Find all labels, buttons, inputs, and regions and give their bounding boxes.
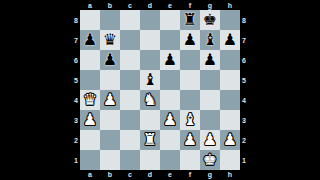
square-a2[interactable] — [80, 130, 100, 150]
file-label-g: g — [200, 1, 220, 10]
square-f1[interactable] — [180, 150, 200, 170]
white-pawn: ♟ — [183, 130, 197, 150]
square-f4[interactable] — [180, 90, 200, 110]
rank-label-4: 4 — [240, 90, 248, 110]
square-b7[interactable]: ♛ — [100, 30, 120, 50]
square-h8[interactable] — [220, 10, 240, 30]
square-e2[interactable] — [160, 130, 180, 150]
square-c7[interactable] — [120, 30, 140, 50]
square-e4[interactable] — [160, 90, 180, 110]
square-b4[interactable]: ♟ — [100, 90, 120, 110]
square-a1[interactable] — [80, 150, 100, 170]
square-f6[interactable] — [180, 50, 200, 70]
board-frame-corner — [240, 1, 248, 10]
file-label-h: h — [220, 1, 240, 10]
file-label-c: c — [120, 1, 140, 10]
board-frame-corner — [240, 170, 248, 179]
black-pawn: ♟ — [103, 50, 117, 70]
square-e5[interactable] — [160, 70, 180, 90]
rank-label-2: 2 — [240, 130, 248, 150]
white-king: ♚ — [203, 150, 217, 170]
file-label-a: a — [80, 170, 100, 179]
rank-label-6: 6 — [240, 50, 248, 70]
file-label-d: d — [140, 170, 160, 179]
black-rook: ♜ — [183, 10, 197, 30]
square-d2[interactable]: ♜ — [140, 130, 160, 150]
white-rook: ♜ — [143, 130, 157, 150]
square-d8[interactable] — [140, 10, 160, 30]
black-queen: ♛ — [103, 30, 117, 50]
square-h1[interactable] — [220, 150, 240, 170]
square-e8[interactable] — [160, 10, 180, 30]
board-frame-corner — [72, 1, 80, 10]
square-d5[interactable]: ♝ — [140, 70, 160, 90]
file-label-f: f — [180, 170, 200, 179]
square-e7[interactable] — [160, 30, 180, 50]
square-a6[interactable] — [80, 50, 100, 70]
square-h7[interactable]: ♟ — [220, 30, 240, 50]
white-bishop: ♝ — [183, 110, 197, 130]
square-c3[interactable] — [120, 110, 140, 130]
square-b5[interactable] — [100, 70, 120, 90]
white-knight: ♞ — [143, 90, 157, 110]
rank-label-3: 3 — [72, 110, 80, 130]
rank-label-5: 5 — [240, 70, 248, 90]
square-b6[interactable]: ♟ — [100, 50, 120, 70]
rank-label-6: 6 — [72, 50, 80, 70]
chess-board: abcdefgh8♜♚87♟♛♟♝♟76♟♟♟65♝54♛♟♞43♟♟♝32♜♟… — [72, 1, 248, 179]
rank-label-2: 2 — [72, 130, 80, 150]
rank-label-7: 7 — [240, 30, 248, 50]
black-bishop: ♝ — [203, 30, 217, 50]
black-pawn: ♟ — [203, 50, 217, 70]
file-label-f: f — [180, 1, 200, 10]
white-pawn: ♟ — [103, 90, 117, 110]
square-c2[interactable] — [120, 130, 140, 150]
square-g8[interactable]: ♚ — [200, 10, 220, 30]
file-label-b: b — [100, 1, 120, 10]
file-label-c: c — [120, 170, 140, 179]
square-g6[interactable]: ♟ — [200, 50, 220, 70]
black-bishop: ♝ — [143, 70, 157, 90]
white-queen: ♛ — [83, 90, 97, 110]
square-a5[interactable] — [80, 70, 100, 90]
rank-label-8: 8 — [240, 10, 248, 30]
square-g2[interactable]: ♟ — [200, 130, 220, 150]
file-label-d: d — [140, 1, 160, 10]
square-g3[interactable] — [200, 110, 220, 130]
square-e3[interactable]: ♟ — [160, 110, 180, 130]
square-c4[interactable] — [120, 90, 140, 110]
square-f5[interactable] — [180, 70, 200, 90]
square-f3[interactable]: ♝ — [180, 110, 200, 130]
rank-label-4: 4 — [72, 90, 80, 110]
rank-label-5: 5 — [72, 70, 80, 90]
rank-label-8: 8 — [72, 10, 80, 30]
square-h5[interactable] — [220, 70, 240, 90]
square-d1[interactable] — [140, 150, 160, 170]
square-b1[interactable] — [100, 150, 120, 170]
square-a7[interactable]: ♟ — [80, 30, 100, 50]
rank-label-7: 7 — [72, 30, 80, 50]
black-king: ♚ — [203, 10, 217, 30]
square-d3[interactable] — [140, 110, 160, 130]
rank-label-1: 1 — [72, 150, 80, 170]
black-pawn: ♟ — [163, 50, 177, 70]
file-label-e: e — [160, 170, 180, 179]
square-a4[interactable]: ♛ — [80, 90, 100, 110]
square-e1[interactable] — [160, 150, 180, 170]
black-pawn: ♟ — [83, 30, 97, 50]
rank-label-3: 3 — [240, 110, 248, 130]
square-e6[interactable]: ♟ — [160, 50, 180, 70]
black-pawn: ♟ — [183, 30, 197, 50]
file-label-b: b — [100, 170, 120, 179]
square-b8[interactable] — [100, 10, 120, 30]
square-h2[interactable]: ♟ — [220, 130, 240, 150]
square-g5[interactable] — [200, 70, 220, 90]
square-a3[interactable]: ♟ — [80, 110, 100, 130]
square-f8[interactable]: ♜ — [180, 10, 200, 30]
square-g4[interactable] — [200, 90, 220, 110]
square-d4[interactable]: ♞ — [140, 90, 160, 110]
square-d7[interactable] — [140, 30, 160, 50]
square-c5[interactable] — [120, 70, 140, 90]
file-label-e: e — [160, 1, 180, 10]
square-b3[interactable] — [100, 110, 120, 130]
board-frame-corner — [72, 170, 80, 179]
rank-label-1: 1 — [240, 150, 248, 170]
square-g1[interactable]: ♚ — [200, 150, 220, 170]
square-a8[interactable] — [80, 10, 100, 30]
white-pawn: ♟ — [83, 110, 97, 130]
white-pawn: ♟ — [163, 110, 177, 130]
square-c1[interactable] — [120, 150, 140, 170]
square-h4[interactable] — [220, 90, 240, 110]
square-h3[interactable] — [220, 110, 240, 130]
file-label-a: a — [80, 1, 100, 10]
square-f7[interactable]: ♟ — [180, 30, 200, 50]
white-pawn: ♟ — [203, 130, 217, 150]
square-f2[interactable]: ♟ — [180, 130, 200, 150]
file-label-g: g — [200, 170, 220, 179]
black-pawn: ♟ — [223, 30, 237, 50]
file-label-h: h — [220, 170, 240, 179]
square-g7[interactable]: ♝ — [200, 30, 220, 50]
square-h6[interactable] — [220, 50, 240, 70]
square-c8[interactable] — [120, 10, 140, 30]
square-c6[interactable] — [120, 50, 140, 70]
square-d6[interactable] — [140, 50, 160, 70]
square-b2[interactable] — [100, 130, 120, 150]
white-pawn: ♟ — [223, 130, 237, 150]
